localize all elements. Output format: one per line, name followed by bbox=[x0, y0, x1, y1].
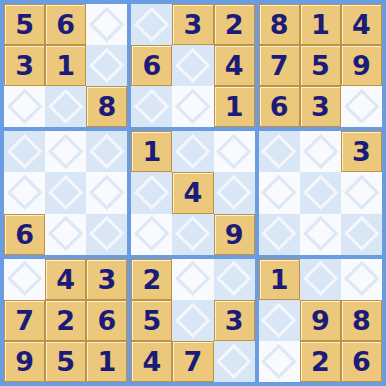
cell-value: 4 bbox=[225, 52, 244, 79]
cell-value: 8 bbox=[97, 93, 116, 120]
cell-r9c5: 7 bbox=[172, 341, 213, 382]
cell-value: 7 bbox=[270, 52, 289, 79]
cell-r4c9: 3 bbox=[341, 131, 382, 172]
cell-r7c4: 2 bbox=[131, 259, 172, 300]
cell-value: 1 bbox=[311, 11, 330, 38]
cell-r1c5: 3 bbox=[172, 4, 213, 45]
cell-r3c8: 3 bbox=[300, 86, 341, 127]
cell-r6c1: 6 bbox=[4, 214, 45, 255]
cell-r6c6: 9 bbox=[214, 214, 255, 255]
diamond-icon bbox=[302, 134, 338, 170]
diamond-icon bbox=[7, 89, 43, 125]
cell-r1c3[interactable] bbox=[86, 4, 127, 45]
cell-r7c5[interactable] bbox=[172, 259, 213, 300]
cell-value: 9 bbox=[15, 348, 34, 375]
cell-r9c9: 6 bbox=[341, 341, 382, 382]
diamond-icon bbox=[175, 216, 211, 252]
cell-value: 2 bbox=[311, 348, 330, 375]
cell-r1c1: 5 bbox=[4, 4, 45, 45]
cell-value: 4 bbox=[184, 179, 203, 206]
cell-r3c2[interactable] bbox=[45, 86, 86, 127]
cell-r4c4: 1 bbox=[131, 131, 172, 172]
diamond-icon bbox=[175, 48, 211, 84]
cell-r2c7: 7 bbox=[259, 45, 300, 86]
cell-r8c1: 7 bbox=[4, 300, 45, 341]
cell-r7c8[interactable] bbox=[300, 259, 341, 300]
diamond-icon bbox=[343, 175, 379, 211]
diamond-icon bbox=[89, 134, 125, 170]
diamond-icon bbox=[261, 216, 297, 252]
diamond-icon bbox=[343, 216, 379, 252]
cell-value: 6 bbox=[142, 52, 161, 79]
cell-r2c8: 5 bbox=[300, 45, 341, 86]
diamond-icon bbox=[343, 89, 379, 125]
cell-r6c2[interactable] bbox=[45, 214, 86, 255]
diamond-icon bbox=[216, 343, 252, 379]
cell-r3c5[interactable] bbox=[172, 86, 213, 127]
cell-value: 5 bbox=[15, 11, 34, 38]
cell-value: 9 bbox=[311, 307, 330, 334]
cell-r7c6[interactable] bbox=[214, 259, 255, 300]
cell-r6c7[interactable] bbox=[259, 214, 300, 255]
cell-value: 3 bbox=[97, 266, 116, 293]
cell-r9c2: 5 bbox=[45, 341, 86, 382]
cell-r2c3[interactable] bbox=[86, 45, 127, 86]
cell-r4c5[interactable] bbox=[172, 131, 213, 172]
cell-r8c6: 3 bbox=[214, 300, 255, 341]
cell-r4c1[interactable] bbox=[4, 131, 45, 172]
diamond-icon bbox=[134, 216, 170, 252]
diamond-icon bbox=[134, 89, 170, 125]
cell-r9c7[interactable] bbox=[259, 341, 300, 382]
cell-r3c3: 8 bbox=[86, 86, 127, 127]
cell-r5c4[interactable] bbox=[131, 172, 172, 213]
cell-r2c6: 4 bbox=[214, 45, 255, 86]
diamond-icon bbox=[302, 175, 338, 211]
cell-r9c6[interactable] bbox=[214, 341, 255, 382]
cell-r7c9[interactable] bbox=[341, 259, 382, 300]
cell-r7c1[interactable] bbox=[4, 259, 45, 300]
cell-r1c9: 4 bbox=[341, 4, 382, 45]
diamond-icon bbox=[89, 216, 125, 252]
cell-r1c2: 6 bbox=[45, 4, 86, 45]
diamond-icon bbox=[175, 134, 211, 170]
cell-value: 1 bbox=[56, 52, 75, 79]
cell-r4c7[interactable] bbox=[259, 131, 300, 172]
cell-value: 6 bbox=[56, 11, 75, 38]
cell-value: 2 bbox=[225, 11, 244, 38]
diamond-icon bbox=[216, 175, 252, 211]
diamond-icon bbox=[302, 261, 338, 297]
cell-value: 9 bbox=[352, 52, 371, 79]
cell-value: 6 bbox=[352, 348, 371, 375]
diamond-icon bbox=[89, 48, 125, 84]
cell-value: 5 bbox=[311, 52, 330, 79]
cell-r8c5[interactable] bbox=[172, 300, 213, 341]
cell-r8c3: 6 bbox=[86, 300, 127, 341]
diamond-icon bbox=[175, 89, 211, 125]
cell-r3c9[interactable] bbox=[341, 86, 382, 127]
cell-r5c9[interactable] bbox=[341, 172, 382, 213]
block-r1c1: 56318 bbox=[4, 4, 127, 127]
cell-value: 4 bbox=[352, 11, 371, 38]
block-r2c3: 3 bbox=[259, 131, 382, 254]
cell-r4c3[interactable] bbox=[86, 131, 127, 172]
cell-value: 7 bbox=[15, 307, 34, 334]
cell-r3c6: 1 bbox=[214, 86, 255, 127]
cell-r5c3[interactable] bbox=[86, 172, 127, 213]
block-r3c3: 19826 bbox=[259, 259, 382, 382]
cell-r3c7: 6 bbox=[259, 86, 300, 127]
cell-value: 2 bbox=[142, 266, 161, 293]
cell-value: 5 bbox=[142, 307, 161, 334]
block-r3c1: 43726951 bbox=[4, 259, 127, 382]
cell-r7c2: 4 bbox=[45, 259, 86, 300]
cell-value: 4 bbox=[142, 348, 161, 375]
cell-r1c4[interactable] bbox=[131, 4, 172, 45]
cell-r2c5[interactable] bbox=[172, 45, 213, 86]
block-r1c2: 32641 bbox=[131, 4, 254, 127]
cell-r8c8: 9 bbox=[300, 300, 341, 341]
cell-r6c3[interactable] bbox=[86, 214, 127, 255]
diamond-icon bbox=[48, 175, 84, 211]
cell-r4c2[interactable] bbox=[45, 131, 86, 172]
cell-r5c1[interactable] bbox=[4, 172, 45, 213]
cell-value: 1 bbox=[225, 93, 244, 120]
cell-r2c9: 9 bbox=[341, 45, 382, 86]
diamond-icon bbox=[7, 134, 43, 170]
cell-r1c8: 1 bbox=[300, 4, 341, 45]
block-r2c1: 6 bbox=[4, 131, 127, 254]
diamond-icon bbox=[175, 302, 211, 338]
diamond-icon bbox=[7, 261, 43, 297]
cell-value: 3 bbox=[352, 138, 371, 165]
cell-r8c9: 8 bbox=[341, 300, 382, 341]
sudoku-board: 5631832641814759636149343726951253471982… bbox=[0, 0, 386, 386]
cell-value: 3 bbox=[311, 93, 330, 120]
diamond-icon bbox=[216, 261, 252, 297]
cell-r5c7[interactable] bbox=[259, 172, 300, 213]
cell-r6c9[interactable] bbox=[341, 214, 382, 255]
diamond-icon bbox=[216, 134, 252, 170]
cell-value: 1 bbox=[270, 266, 289, 293]
cell-r4c8[interactable] bbox=[300, 131, 341, 172]
cell-r1c6: 2 bbox=[214, 4, 255, 45]
cell-r8c7[interactable] bbox=[259, 300, 300, 341]
block-r1c3: 81475963 bbox=[259, 4, 382, 127]
cell-r8c4: 5 bbox=[131, 300, 172, 341]
cell-r2c2: 1 bbox=[45, 45, 86, 86]
diamond-icon bbox=[261, 134, 297, 170]
diamond-icon bbox=[89, 175, 125, 211]
cell-value: 1 bbox=[97, 348, 116, 375]
cell-r6c5[interactable] bbox=[172, 214, 213, 255]
diamond-icon bbox=[302, 216, 338, 252]
cell-value: 2 bbox=[56, 307, 75, 334]
diamond-icon bbox=[343, 261, 379, 297]
diamond-icon bbox=[261, 302, 297, 338]
cell-value: 6 bbox=[270, 93, 289, 120]
cell-value: 7 bbox=[184, 348, 203, 375]
cell-r5c2[interactable] bbox=[45, 172, 86, 213]
diamond-icon bbox=[89, 7, 125, 43]
cell-value: 6 bbox=[97, 307, 116, 334]
cell-value: 3 bbox=[15, 52, 34, 79]
diamond-icon bbox=[261, 175, 297, 211]
cell-r5c8[interactable] bbox=[300, 172, 341, 213]
diamond-icon bbox=[134, 7, 170, 43]
cell-r6c8[interactable] bbox=[300, 214, 341, 255]
cell-value: 3 bbox=[184, 11, 203, 38]
cell-r2c1: 3 bbox=[4, 45, 45, 86]
cell-value: 4 bbox=[56, 266, 75, 293]
cell-value: 5 bbox=[56, 348, 75, 375]
diamond-icon bbox=[48, 216, 84, 252]
cell-r5c5: 4 bbox=[172, 172, 213, 213]
cell-r4c6[interactable] bbox=[214, 131, 255, 172]
cell-r2c4: 6 bbox=[131, 45, 172, 86]
diamond-icon bbox=[7, 175, 43, 211]
diamond-icon bbox=[48, 89, 84, 125]
cell-r7c3: 3 bbox=[86, 259, 127, 300]
cell-r6c4[interactable] bbox=[131, 214, 172, 255]
cell-value: 3 bbox=[225, 307, 244, 334]
cell-r1c7: 8 bbox=[259, 4, 300, 45]
cell-r8c2: 2 bbox=[45, 300, 86, 341]
cell-r3c4[interactable] bbox=[131, 86, 172, 127]
cell-r9c3: 1 bbox=[86, 341, 127, 382]
cell-value: 8 bbox=[270, 11, 289, 38]
cell-r3c1[interactable] bbox=[4, 86, 45, 127]
cell-r7c7: 1 bbox=[259, 259, 300, 300]
cell-value: 8 bbox=[352, 307, 371, 334]
cell-value: 6 bbox=[15, 221, 34, 248]
cell-r9c1: 9 bbox=[4, 341, 45, 382]
cell-value: 1 bbox=[142, 138, 161, 165]
diamond-icon bbox=[261, 343, 297, 379]
diamond-icon bbox=[134, 175, 170, 211]
block-r3c2: 25347 bbox=[131, 259, 254, 382]
cell-r9c8: 2 bbox=[300, 341, 341, 382]
block-r2c2: 149 bbox=[131, 131, 254, 254]
cell-r5c6[interactable] bbox=[214, 172, 255, 213]
cell-r9c4: 4 bbox=[131, 341, 172, 382]
cell-value: 9 bbox=[225, 221, 244, 248]
diamond-icon bbox=[175, 261, 211, 297]
diamond-icon bbox=[48, 134, 84, 170]
